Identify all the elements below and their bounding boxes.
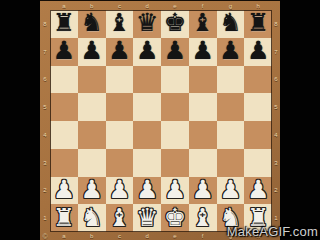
square-c4[interactable] xyxy=(106,121,134,149)
rank-label-2-left: 2 xyxy=(40,177,50,205)
square-b1[interactable]: ♞ xyxy=(78,204,106,232)
piece-black-pawn[interactable]: ♟ xyxy=(191,38,213,64)
file-label-f-top: f xyxy=(189,1,217,10)
square-c7[interactable]: ♟ xyxy=(106,38,134,66)
square-e4[interactable] xyxy=(161,121,189,149)
square-f6[interactable] xyxy=(189,66,217,94)
square-h4[interactable] xyxy=(244,121,272,149)
piece-white-pawn[interactable]: ♟ xyxy=(219,177,241,203)
square-g3[interactable] xyxy=(217,149,245,177)
square-f5[interactable] xyxy=(189,93,217,121)
square-a2[interactable]: ♟ xyxy=(50,177,78,205)
square-e2[interactable]: ♟ xyxy=(161,177,189,205)
square-b6[interactable] xyxy=(78,66,106,94)
file-label-b-bottom: b xyxy=(78,232,106,240)
square-a4[interactable] xyxy=(50,121,78,149)
rank-label-6-right: 6 xyxy=(272,66,280,94)
chessboard: ©aabbccddeeffgghh8877665544332211♜♞♝♛♚♝♞… xyxy=(40,0,280,240)
square-f1[interactable]: ♝ xyxy=(189,204,217,232)
piece-black-knight[interactable]: ♞ xyxy=(219,10,241,36)
piece-black-pawn[interactable]: ♟ xyxy=(164,38,186,64)
square-d3[interactable] xyxy=(133,149,161,177)
piece-white-bishop[interactable]: ♝ xyxy=(191,204,213,230)
square-d7[interactable]: ♟ xyxy=(133,38,161,66)
file-label-d-bottom: d xyxy=(133,232,161,240)
square-a7[interactable]: ♟ xyxy=(50,38,78,66)
square-e8[interactable]: ♚ xyxy=(161,10,189,38)
square-h2[interactable]: ♟ xyxy=(244,177,272,205)
file-label-c-bottom: c xyxy=(106,232,134,240)
file-label-e-bottom: e xyxy=(161,232,189,240)
square-f3[interactable] xyxy=(189,149,217,177)
piece-black-bishop[interactable]: ♝ xyxy=(191,10,213,36)
piece-white-rook[interactable]: ♜ xyxy=(53,204,75,230)
square-d2[interactable]: ♟ xyxy=(133,177,161,205)
square-d4[interactable] xyxy=(133,121,161,149)
rank-label-6-left: 6 xyxy=(40,66,50,94)
square-f8[interactable]: ♝ xyxy=(189,10,217,38)
piece-white-bishop[interactable]: ♝ xyxy=(108,204,130,230)
piece-white-knight[interactable]: ♞ xyxy=(80,204,102,230)
square-a6[interactable] xyxy=(50,66,78,94)
square-a8[interactable]: ♜ xyxy=(50,10,78,38)
square-b7[interactable]: ♟ xyxy=(78,38,106,66)
file-label-g-top: g xyxy=(217,1,245,10)
square-e6[interactable] xyxy=(161,66,189,94)
square-a3[interactable] xyxy=(50,149,78,177)
square-d1[interactable]: ♛ xyxy=(133,204,161,232)
piece-white-pawn[interactable]: ♟ xyxy=(247,177,269,203)
square-b5[interactable] xyxy=(78,93,106,121)
square-c2[interactable]: ♟ xyxy=(106,177,134,205)
square-b3[interactable] xyxy=(78,149,106,177)
square-f4[interactable] xyxy=(189,121,217,149)
square-a1[interactable]: ♜ xyxy=(50,204,78,232)
piece-white-pawn[interactable]: ♟ xyxy=(108,177,130,203)
piece-white-pawn[interactable]: ♟ xyxy=(53,177,75,203)
corner-logo-mark: © xyxy=(40,232,50,240)
rank-label-5-right: 5 xyxy=(272,93,280,121)
square-a5[interactable] xyxy=(50,93,78,121)
square-h8[interactable]: ♜ xyxy=(244,10,272,38)
square-c1[interactable]: ♝ xyxy=(106,204,134,232)
square-d5[interactable] xyxy=(133,93,161,121)
piece-black-pawn[interactable]: ♟ xyxy=(108,38,130,64)
file-label-e-top: e xyxy=(161,1,189,10)
piece-black-knight[interactable]: ♞ xyxy=(80,10,102,36)
corner-top-right xyxy=(272,1,280,10)
file-label-a-top: a xyxy=(50,1,78,10)
square-f7[interactable]: ♟ xyxy=(189,38,217,66)
square-b2[interactable]: ♟ xyxy=(78,177,106,205)
piece-black-pawn[interactable]: ♟ xyxy=(80,38,102,64)
piece-black-pawn[interactable]: ♟ xyxy=(219,38,241,64)
file-label-b-top: b xyxy=(78,1,106,10)
piece-black-pawn[interactable]: ♟ xyxy=(247,38,269,64)
square-e5[interactable] xyxy=(161,93,189,121)
square-d8[interactable]: ♛ xyxy=(133,10,161,38)
square-f2[interactable]: ♟ xyxy=(189,177,217,205)
square-c3[interactable] xyxy=(106,149,134,177)
right-letterbox xyxy=(280,0,320,240)
piece-white-pawn[interactable]: ♟ xyxy=(164,177,186,203)
square-e1[interactable]: ♚ xyxy=(161,204,189,232)
rank-label-3-right: 3 xyxy=(272,149,280,177)
square-c5[interactable] xyxy=(106,93,134,121)
file-label-h-top: h xyxy=(244,1,272,10)
piece-black-rook[interactable]: ♜ xyxy=(53,10,75,36)
rank-label-2-right: 2 xyxy=(272,177,280,205)
rank-label-4-right: 4 xyxy=(272,121,280,149)
file-label-f-bottom: f xyxy=(189,232,217,240)
screenshot-stage: ©aabbccddeeffgghh8877665544332211♜♞♝♛♚♝♞… xyxy=(0,0,320,240)
file-label-c-top: c xyxy=(106,1,134,10)
rank-label-5-left: 5 xyxy=(40,93,50,121)
square-e7[interactable]: ♟ xyxy=(161,38,189,66)
square-g5[interactable] xyxy=(217,93,245,121)
square-d6[interactable] xyxy=(133,66,161,94)
piece-white-pawn[interactable]: ♟ xyxy=(136,177,158,203)
piece-black-pawn[interactable]: ♟ xyxy=(136,38,158,64)
rank-label-4-left: 4 xyxy=(40,121,50,149)
square-b8[interactable]: ♞ xyxy=(78,10,106,38)
piece-white-pawn[interactable]: ♟ xyxy=(191,177,213,203)
piece-black-rook[interactable]: ♜ xyxy=(247,10,269,36)
rank-label-7-right: 7 xyxy=(272,38,280,66)
square-c8[interactable]: ♝ xyxy=(106,10,134,38)
square-h5[interactable] xyxy=(244,93,272,121)
rank-label-8-left: 8 xyxy=(40,10,50,38)
square-h7[interactable]: ♟ xyxy=(244,38,272,66)
piece-black-pawn[interactable]: ♟ xyxy=(53,38,75,64)
square-c6[interactable] xyxy=(106,66,134,94)
rank-label-8-right: 8 xyxy=(272,10,280,38)
square-g4[interactable] xyxy=(217,121,245,149)
rank-label-3-left: 3 xyxy=(40,149,50,177)
square-b4[interactable] xyxy=(78,121,106,149)
piece-black-king[interactable]: ♚ xyxy=(164,10,186,36)
square-g8[interactable]: ♞ xyxy=(217,10,245,38)
piece-white-king[interactable]: ♚ xyxy=(164,204,186,230)
left-letterbox xyxy=(0,0,40,240)
square-g7[interactable]: ♟ xyxy=(217,38,245,66)
piece-black-queen[interactable]: ♛ xyxy=(136,10,158,36)
watermark: MakeAGIF.com xyxy=(227,224,318,239)
file-label-d-top: d xyxy=(133,1,161,10)
square-g2[interactable]: ♟ xyxy=(217,177,245,205)
piece-black-bishop[interactable]: ♝ xyxy=(108,10,130,36)
piece-white-queen[interactable]: ♛ xyxy=(136,204,158,230)
file-label-a-bottom: a xyxy=(50,232,78,240)
square-h3[interactable] xyxy=(244,149,272,177)
rank-label-1-left: 1 xyxy=(40,204,50,232)
square-g6[interactable] xyxy=(217,66,245,94)
piece-white-pawn[interactable]: ♟ xyxy=(80,177,102,203)
corner-top-left xyxy=(40,1,50,10)
rank-label-7-left: 7 xyxy=(40,38,50,66)
square-h6[interactable] xyxy=(244,66,272,94)
square-e3[interactable] xyxy=(161,149,189,177)
